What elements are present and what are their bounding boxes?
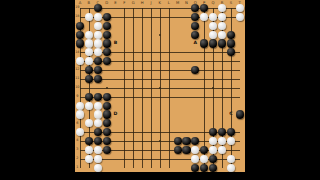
star-point bbox=[159, 87, 161, 89]
white-stone bbox=[209, 22, 217, 30]
white-stone bbox=[85, 31, 93, 39]
black-stone bbox=[200, 146, 208, 154]
white-stone bbox=[218, 13, 226, 21]
black-stone bbox=[94, 137, 102, 145]
white-stone bbox=[94, 155, 102, 163]
black-stone bbox=[103, 22, 111, 30]
black-stone bbox=[182, 146, 190, 154]
black-stone bbox=[94, 57, 102, 65]
star-point bbox=[106, 87, 108, 89]
black-stone bbox=[76, 31, 84, 39]
white-stone bbox=[200, 13, 208, 21]
black-stone bbox=[200, 39, 208, 47]
white-stone bbox=[76, 57, 84, 65]
black-stone bbox=[103, 31, 111, 39]
go-board[interactable]: ABCDEFGHJKLMNOPQRST 19181716151413121110… bbox=[75, 0, 245, 172]
black-stone bbox=[191, 31, 199, 39]
black-stone bbox=[227, 48, 235, 56]
black-stone bbox=[76, 39, 84, 47]
black-stone bbox=[182, 137, 190, 145]
black-stone bbox=[191, 66, 199, 74]
black-stone bbox=[103, 102, 111, 110]
white-stone bbox=[94, 164, 102, 172]
star-point bbox=[212, 87, 214, 89]
white-stone bbox=[218, 4, 226, 12]
black-stone bbox=[227, 31, 235, 39]
black-stone bbox=[94, 66, 102, 74]
black-stone bbox=[103, 57, 111, 65]
black-stone bbox=[236, 110, 244, 118]
black-stone bbox=[191, 164, 199, 172]
white-stone bbox=[236, 4, 244, 12]
white-stone bbox=[94, 146, 102, 154]
black-stone bbox=[209, 39, 217, 47]
black-stone bbox=[227, 128, 235, 136]
letterboxed-background: ABCDEFGHJKLMNOPQRST 19181716151413121110… bbox=[0, 0, 320, 180]
board-intersections[interactable]: ABCD bbox=[76, 4, 245, 173]
star-point bbox=[159, 34, 161, 36]
white-stone bbox=[94, 102, 102, 110]
black-stone bbox=[94, 128, 102, 136]
white-stone bbox=[94, 39, 102, 47]
black-stone bbox=[191, 13, 199, 21]
black-stone bbox=[209, 128, 217, 136]
white-stone bbox=[236, 13, 244, 21]
black-stone bbox=[76, 22, 84, 30]
black-stone bbox=[191, 137, 199, 145]
problem-label-b: B bbox=[114, 41, 118, 46]
white-stone bbox=[94, 13, 102, 21]
black-stone bbox=[209, 155, 217, 163]
black-stone bbox=[200, 164, 208, 172]
black-stone bbox=[85, 75, 93, 83]
black-stone bbox=[94, 93, 102, 101]
black-stone bbox=[174, 137, 182, 145]
black-stone bbox=[174, 146, 182, 154]
white-stone bbox=[94, 110, 102, 118]
black-stone bbox=[227, 39, 235, 47]
problem-label-a: A bbox=[194, 41, 198, 46]
star-point bbox=[159, 140, 161, 142]
white-stone bbox=[94, 31, 102, 39]
white-stone bbox=[85, 48, 93, 56]
white-stone bbox=[218, 22, 226, 30]
black-stone bbox=[103, 110, 111, 118]
white-stone bbox=[209, 146, 217, 154]
problem-label-c: C bbox=[229, 112, 232, 117]
white-stone bbox=[76, 102, 84, 110]
white-stone bbox=[94, 48, 102, 56]
white-stone bbox=[209, 13, 217, 21]
white-stone bbox=[85, 146, 93, 154]
black-stone bbox=[85, 66, 93, 74]
black-stone bbox=[103, 48, 111, 56]
black-stone bbox=[218, 128, 226, 136]
white-stone bbox=[218, 31, 226, 39]
white-stone bbox=[200, 155, 208, 163]
black-stone bbox=[191, 4, 199, 12]
black-stone bbox=[85, 137, 93, 145]
black-stone bbox=[103, 137, 111, 145]
black-stone bbox=[191, 22, 199, 30]
white-stone bbox=[85, 155, 93, 163]
black-stone bbox=[103, 128, 111, 136]
black-stone bbox=[103, 146, 111, 154]
white-stone bbox=[76, 128, 84, 136]
problem-label-d: D bbox=[114, 112, 118, 117]
black-stone bbox=[94, 75, 102, 83]
black-stone bbox=[218, 39, 226, 47]
white-stone bbox=[218, 137, 226, 145]
black-stone bbox=[209, 164, 217, 172]
black-stone bbox=[94, 4, 102, 12]
black-stone bbox=[85, 93, 93, 101]
white-stone bbox=[94, 22, 102, 30]
white-stone bbox=[85, 119, 93, 127]
white-stone bbox=[94, 119, 102, 127]
white-stone bbox=[227, 155, 235, 163]
white-stone bbox=[209, 137, 217, 145]
black-stone bbox=[200, 4, 208, 12]
black-stone bbox=[103, 93, 111, 101]
white-stone bbox=[209, 31, 217, 39]
white-stone bbox=[85, 13, 93, 21]
white-stone bbox=[85, 57, 93, 65]
white-stone bbox=[85, 39, 93, 47]
white-stone bbox=[227, 164, 235, 172]
white-stone bbox=[76, 110, 84, 118]
white-stone bbox=[85, 102, 93, 110]
black-stone bbox=[103, 13, 111, 21]
black-stone bbox=[103, 119, 111, 127]
white-stone bbox=[218, 146, 226, 154]
white-stone bbox=[227, 137, 235, 145]
white-stone bbox=[191, 146, 199, 154]
white-stone bbox=[191, 155, 199, 163]
black-stone bbox=[103, 39, 111, 47]
